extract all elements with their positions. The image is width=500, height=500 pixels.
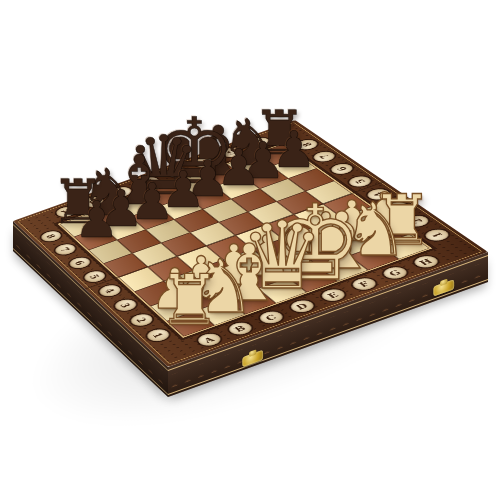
chess-set-photo: AABBCCDDEEFFGGHH1122334455667788 ♜♞♝♛♚♝♞… <box>0 0 500 500</box>
rank-label-3-left: 3 <box>111 297 139 313</box>
rank-label-6-right: 6 <box>327 162 356 176</box>
rank-label-4-left: 4 <box>96 283 124 298</box>
brass-clasp-2 <box>433 279 454 296</box>
rank-label-6-left: 6 <box>66 255 93 270</box>
black-pawn-a7[interactable]: ♟ <box>74 195 119 245</box>
white-rook-a1[interactable]: ♜ <box>158 265 220 335</box>
